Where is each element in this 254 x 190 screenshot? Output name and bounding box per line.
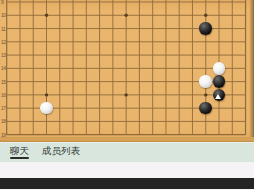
white-stone [213, 62, 225, 74]
chat-panel [0, 162, 254, 178]
tab-chat-label: 聊天 [10, 146, 29, 156]
bottom-bar [0, 178, 254, 189]
last-move-triangle-marker [215, 94, 221, 99]
board-right-edge [249, 0, 254, 142]
board-bottom-edge [0, 137, 254, 142]
stones-layer [0, 0, 252, 141]
black-stone [199, 22, 211, 34]
active-tab-underline [10, 157, 29, 159]
go-board[interactable]: 910111213141516171819 [0, 0, 254, 142]
tab-bar: 聊天 成员列表 [0, 142, 254, 162]
white-stone [40, 102, 52, 114]
tab-chat[interactable]: 聊天 [10, 146, 29, 160]
white-stone [199, 75, 211, 87]
tab-member-list[interactable]: 成员列表 [42, 146, 80, 160]
black-stone [213, 89, 225, 101]
black-stone [213, 75, 225, 87]
tab-member-list-label: 成员列表 [42, 146, 80, 156]
go-app-screen: 910111213141516171819 聊天 成员列表 [0, 0, 254, 190]
black-stone [199, 102, 211, 114]
